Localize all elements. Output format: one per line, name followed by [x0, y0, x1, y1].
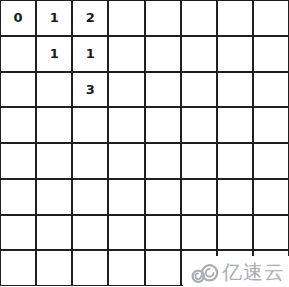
- cell-r4c1[interactable]: [36, 143, 72, 179]
- cell-r4c3[interactable]: [108, 143, 144, 179]
- cell-r0c5[interactable]: [181, 0, 217, 36]
- cell-r3c4[interactable]: [145, 107, 181, 143]
- cell-r2c7[interactable]: [253, 72, 289, 108]
- cell-r4c5[interactable]: [181, 143, 217, 179]
- cell-r4c4[interactable]: [145, 143, 181, 179]
- cell-r4c6[interactable]: [217, 143, 253, 179]
- cell-r0c2[interactable]: 2: [72, 0, 108, 36]
- cell-r6c5[interactable]: [181, 215, 217, 251]
- cell-r5c2[interactable]: [72, 179, 108, 215]
- cell-r3c0[interactable]: [0, 107, 36, 143]
- cell-r3c5[interactable]: [181, 107, 217, 143]
- minesweeper-diagram: 012113 亿速云: [0, 0, 289, 287]
- cell-r1c6[interactable]: [217, 36, 253, 72]
- cell-r5c0[interactable]: [0, 179, 36, 215]
- cell-r1c1[interactable]: 1: [36, 36, 72, 72]
- cell-r6c3[interactable]: [108, 215, 144, 251]
- cell-r0c7[interactable]: [253, 0, 289, 36]
- cell-r1c2[interactable]: 1: [72, 36, 108, 72]
- cell-r2c2[interactable]: 3: [72, 72, 108, 108]
- cell-r7c0[interactable]: [0, 250, 36, 286]
- cell-r1c3[interactable]: [108, 36, 144, 72]
- cell-r0c6[interactable]: [217, 0, 253, 36]
- cell-r1c7[interactable]: [253, 36, 289, 72]
- cell-r1c5[interactable]: [181, 36, 217, 72]
- cell-r5c5[interactable]: [181, 179, 217, 215]
- cell-r2c6[interactable]: [217, 72, 253, 108]
- cell-r7c4[interactable]: [145, 250, 181, 286]
- cell-r7c1[interactable]: [36, 250, 72, 286]
- cell-r6c6[interactable]: [217, 215, 253, 251]
- puzzle-grid: 012113: [0, 0, 289, 286]
- cell-r4c2[interactable]: [72, 143, 108, 179]
- cell-r2c1[interactable]: [36, 72, 72, 108]
- cloud-logo-icon: [189, 259, 219, 285]
- cell-r1c4[interactable]: [145, 36, 181, 72]
- cell-r7c3[interactable]: [108, 250, 144, 286]
- cell-r6c1[interactable]: [36, 215, 72, 251]
- cell-r3c3[interactable]: [108, 107, 144, 143]
- cell-r6c7[interactable]: [253, 215, 289, 251]
- cell-r4c0[interactable]: [0, 143, 36, 179]
- cell-r0c0[interactable]: 0: [0, 0, 36, 36]
- cell-r6c2[interactable]: [72, 215, 108, 251]
- cell-r3c6[interactable]: [217, 107, 253, 143]
- cell-r6c0[interactable]: [0, 215, 36, 251]
- cell-r0c1[interactable]: 1: [36, 0, 72, 36]
- cell-r5c6[interactable]: [217, 179, 253, 215]
- cell-r7c2[interactable]: [72, 250, 108, 286]
- cell-r3c2[interactable]: [72, 107, 108, 143]
- cell-r1c0[interactable]: [0, 36, 36, 72]
- cell-r2c5[interactable]: [181, 72, 217, 108]
- cell-r2c3[interactable]: [108, 72, 144, 108]
- cell-r5c7[interactable]: [253, 179, 289, 215]
- cell-r0c4[interactable]: [145, 0, 181, 36]
- cell-r5c4[interactable]: [145, 179, 181, 215]
- cell-r4c7[interactable]: [253, 143, 289, 179]
- cell-r3c7[interactable]: [253, 107, 289, 143]
- cell-r5c1[interactable]: [36, 179, 72, 215]
- cell-r3c1[interactable]: [36, 107, 72, 143]
- yisu-watermark: 亿速云: [183, 256, 289, 287]
- cell-r6c4[interactable]: [145, 215, 181, 251]
- cell-r2c0[interactable]: [0, 72, 36, 108]
- cell-r0c3[interactable]: [108, 0, 144, 36]
- cell-r5c3[interactable]: [108, 179, 144, 215]
- cell-r2c4[interactable]: [145, 72, 181, 108]
- watermark-text: 亿速云: [222, 262, 285, 282]
